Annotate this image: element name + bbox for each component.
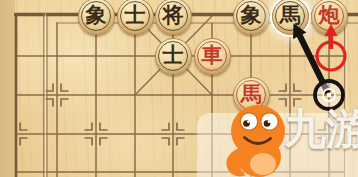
watermark-text: 九游 [284,108,358,150]
xiangqi-board[interactable]: 象士将象馬炮士車馬 九游 [0,0,358,177]
